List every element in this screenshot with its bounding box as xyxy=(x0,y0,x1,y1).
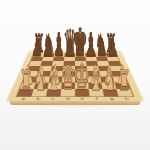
piece-white-knight-g1[interactable]: ♞ xyxy=(104,67,117,95)
piece-black-pawn-g7[interactable]: ♟ xyxy=(96,36,107,61)
chess-set-photo: abcdefgh ♜♞♝♛♚♝♞♜♟♟♟♟♟♟♟♟♟♟♟♟♟♟♟♟♜♞♝♛♚♝♞… xyxy=(0,0,150,150)
piece-black-pawn-b7[interactable]: ♟ xyxy=(42,36,53,61)
piece-white-king-e1[interactable]: ♚ xyxy=(74,59,91,95)
piece-white-knight-b1[interactable]: ♞ xyxy=(33,67,46,95)
piece-black-pawn-a7[interactable]: ♟ xyxy=(31,36,42,61)
piece-white-rook-a1[interactable]: ♜ xyxy=(19,67,32,95)
pieces-layer: ♜♞♝♛♚♝♞♜♟♟♟♟♟♟♟♟♟♟♟♟♟♟♟♟♜♞♝♛♚♝♞♜ xyxy=(0,0,150,150)
board-front-edge xyxy=(10,101,140,105)
piece-white-bishop-c1[interactable]: ♝ xyxy=(47,65,61,95)
piece-white-rook-h1[interactable]: ♜ xyxy=(118,67,131,95)
piece-white-bishop-f1[interactable]: ♝ xyxy=(89,65,103,95)
piece-black-pawn-h7[interactable]: ♟ xyxy=(107,36,118,61)
piece-black-pawn-c7[interactable]: ♟ xyxy=(53,36,64,61)
